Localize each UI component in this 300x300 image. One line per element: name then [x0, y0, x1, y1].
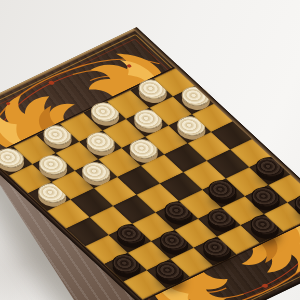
photo-stage	[0, 0, 300, 300]
